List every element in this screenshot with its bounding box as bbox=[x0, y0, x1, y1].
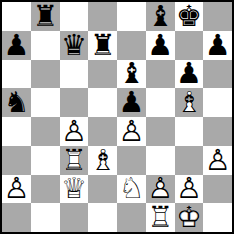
square-c1[interactable] bbox=[60, 203, 89, 232]
square-b5[interactable] bbox=[31, 88, 60, 117]
piece-white-pawn: ♟♙ bbox=[61, 117, 87, 146]
piece-white-queen-outline: ♕ bbox=[61, 175, 87, 204]
chess-board: ♜♝♚♟♛♜♟♟♝♟♞♟♝♗♟♙♟♙♜♖♝♗♟♙♟♙♛♕♞♘♟♙♟♙♜♖♚♔ bbox=[0, 0, 234, 234]
square-c8[interactable] bbox=[60, 2, 89, 31]
square-c3[interactable]: ♜♖ bbox=[60, 146, 89, 175]
square-g2[interactable]: ♟♙ bbox=[175, 175, 204, 204]
square-h6[interactable] bbox=[203, 60, 232, 89]
square-g8[interactable]: ♚ bbox=[175, 2, 204, 31]
square-b1[interactable] bbox=[31, 203, 60, 232]
piece-white-bishop: ♝♗ bbox=[176, 88, 202, 117]
square-e6[interactable]: ♝ bbox=[117, 60, 146, 89]
piece-white-pawn-outline: ♙ bbox=[61, 117, 87, 146]
square-f1[interactable]: ♜♖ bbox=[146, 203, 175, 232]
piece-white-pawn: ♟♙ bbox=[205, 146, 231, 175]
square-h3[interactable]: ♟♙ bbox=[203, 146, 232, 175]
piece-black-rook: ♜ bbox=[90, 31, 116, 60]
piece-white-pawn: ♟♙ bbox=[176, 175, 202, 204]
piece-white-rook-outline: ♖ bbox=[147, 203, 173, 232]
square-c4[interactable]: ♟♙ bbox=[60, 117, 89, 146]
square-d1[interactable] bbox=[88, 203, 117, 232]
piece-black-pawn: ♟ bbox=[3, 31, 29, 60]
square-b4[interactable] bbox=[31, 117, 60, 146]
square-d3[interactable]: ♝♗ bbox=[88, 146, 117, 175]
piece-black-pawn: ♟ bbox=[205, 31, 231, 60]
square-a4[interactable] bbox=[2, 117, 31, 146]
square-f2[interactable]: ♟♙ bbox=[146, 175, 175, 204]
square-e4[interactable]: ♟♙ bbox=[117, 117, 146, 146]
square-h4[interactable] bbox=[203, 117, 232, 146]
square-e7[interactable] bbox=[117, 31, 146, 60]
square-g7[interactable] bbox=[175, 31, 204, 60]
piece-black-bishop: ♝ bbox=[118, 60, 144, 89]
square-b2[interactable] bbox=[31, 175, 60, 204]
square-a3[interactable] bbox=[2, 146, 31, 175]
piece-white-bishop-outline: ♗ bbox=[176, 88, 202, 117]
piece-black-pawn: ♟ bbox=[147, 31, 173, 60]
piece-white-pawn-outline: ♙ bbox=[147, 175, 173, 204]
square-c7[interactable]: ♛ bbox=[60, 31, 89, 60]
piece-black-rook: ♜ bbox=[32, 2, 58, 31]
square-h8[interactable] bbox=[203, 2, 232, 31]
piece-white-bishop: ♝♗ bbox=[90, 146, 116, 175]
square-g5[interactable]: ♝♗ bbox=[175, 88, 204, 117]
square-b7[interactable] bbox=[31, 31, 60, 60]
square-a5[interactable]: ♞ bbox=[2, 88, 31, 117]
square-f4[interactable] bbox=[146, 117, 175, 146]
square-a6[interactable] bbox=[2, 60, 31, 89]
square-d6[interactable] bbox=[88, 60, 117, 89]
piece-white-rook: ♜♖ bbox=[61, 146, 87, 175]
square-h2[interactable] bbox=[203, 175, 232, 204]
square-c6[interactable] bbox=[60, 60, 89, 89]
square-g3[interactable] bbox=[175, 146, 204, 175]
piece-black-bishop: ♝ bbox=[147, 2, 173, 31]
piece-black-pawn: ♟ bbox=[176, 60, 202, 89]
square-b3[interactable] bbox=[31, 146, 60, 175]
piece-white-king: ♚♔ bbox=[176, 203, 202, 232]
piece-white-pawn-outline: ♙ bbox=[205, 146, 231, 175]
square-b6[interactable] bbox=[31, 60, 60, 89]
square-f5[interactable] bbox=[146, 88, 175, 117]
piece-black-pawn: ♟ bbox=[118, 88, 144, 117]
square-d8[interactable] bbox=[88, 2, 117, 31]
square-h5[interactable] bbox=[203, 88, 232, 117]
square-g4[interactable] bbox=[175, 117, 204, 146]
square-d2[interactable] bbox=[88, 175, 117, 204]
square-d5[interactable] bbox=[88, 88, 117, 117]
square-a2[interactable]: ♟♙ bbox=[2, 175, 31, 204]
piece-white-rook: ♜♖ bbox=[147, 203, 173, 232]
piece-white-pawn: ♟♙ bbox=[147, 175, 173, 204]
square-h1[interactable] bbox=[203, 203, 232, 232]
square-f3[interactable] bbox=[146, 146, 175, 175]
piece-white-knight-outline: ♘ bbox=[118, 175, 144, 204]
piece-white-pawn: ♟♙ bbox=[118, 117, 144, 146]
square-f6[interactable] bbox=[146, 60, 175, 89]
piece-white-bishop-outline: ♗ bbox=[90, 146, 116, 175]
square-g1[interactable]: ♚♔ bbox=[175, 203, 204, 232]
piece-white-rook-outline: ♖ bbox=[61, 146, 87, 175]
square-e8[interactable] bbox=[117, 2, 146, 31]
square-a1[interactable] bbox=[2, 203, 31, 232]
square-d7[interactable]: ♜ bbox=[88, 31, 117, 60]
square-h7[interactable]: ♟ bbox=[203, 31, 232, 60]
square-f7[interactable]: ♟ bbox=[146, 31, 175, 60]
square-a7[interactable]: ♟ bbox=[2, 31, 31, 60]
piece-black-king: ♚ bbox=[176, 2, 202, 31]
piece-white-pawn: ♟♙ bbox=[3, 175, 29, 204]
square-f8[interactable]: ♝ bbox=[146, 2, 175, 31]
square-e5[interactable]: ♟ bbox=[117, 88, 146, 117]
piece-black-knight: ♞ bbox=[3, 88, 29, 117]
square-b8[interactable]: ♜ bbox=[31, 2, 60, 31]
square-e2[interactable]: ♞♘ bbox=[117, 175, 146, 204]
square-e3[interactable] bbox=[117, 146, 146, 175]
square-c5[interactable] bbox=[60, 88, 89, 117]
piece-white-pawn-outline: ♙ bbox=[176, 175, 202, 204]
piece-black-queen: ♛ bbox=[61, 31, 87, 60]
piece-white-queen: ♛♕ bbox=[61, 175, 87, 204]
square-g6[interactable]: ♟ bbox=[175, 60, 204, 89]
piece-white-king-outline: ♔ bbox=[176, 203, 202, 232]
square-a8[interactable] bbox=[2, 2, 31, 31]
piece-white-pawn-outline: ♙ bbox=[3, 175, 29, 204]
square-e1[interactable] bbox=[117, 203, 146, 232]
piece-white-pawn-outline: ♙ bbox=[118, 117, 144, 146]
square-c2[interactable]: ♛♕ bbox=[60, 175, 89, 204]
piece-white-knight: ♞♘ bbox=[118, 175, 144, 204]
square-d4[interactable] bbox=[88, 117, 117, 146]
